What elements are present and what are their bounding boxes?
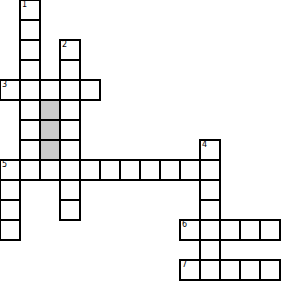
crossword-cell-shaded[interactable]	[39, 99, 61, 121]
crossword-cell[interactable]	[39, 79, 61, 101]
crossword-cell[interactable]	[259, 219, 281, 241]
crossword-cell[interactable]	[59, 159, 81, 181]
crossword-cell[interactable]	[179, 219, 201, 241]
crossword-cell[interactable]	[219, 259, 241, 281]
crossword-cell[interactable]	[19, 99, 41, 121]
crossword-cell[interactable]	[199, 139, 221, 161]
crossword-cell[interactable]	[199, 259, 221, 281]
crossword-cell[interactable]	[119, 159, 141, 181]
crossword-cell[interactable]	[19, 119, 41, 141]
crossword-cell[interactable]	[79, 79, 101, 101]
crossword-cell[interactable]	[39, 159, 61, 181]
crossword-cell[interactable]	[199, 179, 221, 201]
crossword-cell[interactable]	[19, 39, 41, 61]
crossword-cell[interactable]	[239, 259, 261, 281]
crossword-cell[interactable]	[19, 59, 41, 81]
crossword-cell[interactable]	[59, 59, 81, 81]
crossword-cell[interactable]	[179, 159, 201, 181]
crossword-cell[interactable]	[219, 219, 241, 241]
crossword-cell[interactable]	[0, 219, 21, 241]
crossword-cell[interactable]	[0, 199, 21, 221]
crossword-cell[interactable]	[0, 159, 21, 181]
crossword-cell[interactable]	[19, 0, 41, 21]
crossword-cell[interactable]	[19, 159, 41, 181]
crossword-cell[interactable]	[139, 159, 161, 181]
crossword-cell[interactable]	[0, 179, 21, 201]
crossword-cell[interactable]	[199, 159, 221, 181]
crossword-board: 1234567	[0, 0, 281, 281]
crossword-cell[interactable]	[59, 179, 81, 201]
crossword-cell[interactable]	[179, 259, 201, 281]
crossword-cell[interactable]	[59, 199, 81, 221]
crossword-cell[interactable]	[19, 79, 41, 101]
crossword-cell-shaded[interactable]	[39, 119, 61, 141]
crossword-cell[interactable]	[19, 19, 41, 41]
crossword-cell[interactable]	[0, 79, 21, 101]
crossword-cell[interactable]	[79, 159, 101, 181]
crossword-cell[interactable]	[159, 159, 181, 181]
crossword-cell[interactable]	[199, 219, 221, 241]
crossword-cell[interactable]	[19, 139, 41, 161]
crossword-cell[interactable]	[59, 119, 81, 141]
crossword-cell[interactable]	[259, 259, 281, 281]
crossword-cell[interactable]	[59, 99, 81, 121]
crossword-cell[interactable]	[239, 219, 261, 241]
crossword-cell[interactable]	[199, 199, 221, 221]
crossword-cell[interactable]	[59, 79, 81, 101]
crossword-cell[interactable]	[59, 39, 81, 61]
crossword-cell[interactable]	[199, 239, 221, 261]
crossword-cell[interactable]	[59, 139, 81, 161]
crossword-cell-shaded[interactable]	[39, 139, 61, 161]
crossword-cell[interactable]	[99, 159, 121, 181]
